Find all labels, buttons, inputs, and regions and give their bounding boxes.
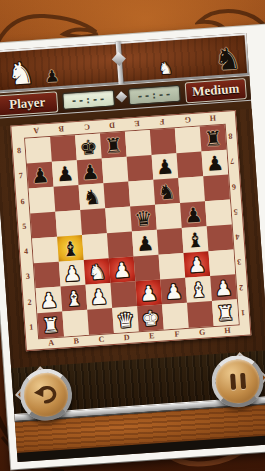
square-e4[interactable]: ♟ [132, 230, 159, 257]
piece-black-pawn: ♟ [56, 163, 75, 184]
square-g2[interactable]: ♝ [185, 276, 212, 303]
square-d1[interactable]: ♛ [112, 306, 139, 333]
square-g4[interactable]: ♝ [182, 226, 209, 253]
app-screenshot-frame: ♞ ♟ ♞ ♞ Player --:-- --:-- Medium [0, 25, 265, 470]
square-d3[interactable]: ♟ [109, 256, 136, 283]
board-area: ABCDEFGH ABCDEFGH 87654321 87654321 ♚♜♜♟… [0, 109, 265, 368]
square-a4[interactable] [32, 237, 59, 264]
piece-white-pawn: ♟ [164, 281, 183, 302]
square-f1[interactable] [162, 303, 189, 330]
pause-icon [230, 373, 246, 390]
piece-black-king: ♚ [79, 136, 98, 157]
square-f4[interactable] [157, 228, 184, 255]
square-c2[interactable]: ♟ [86, 283, 113, 310]
piece-black-bishop: ♝ [61, 238, 80, 259]
square-e5[interactable]: ♛ [130, 205, 157, 232]
square-f2[interactable]: ♟ [160, 278, 187, 305]
square-h8[interactable]: ♜ [200, 125, 227, 152]
square-c6[interactable]: ♞ [79, 183, 106, 210]
white-knight-captured: ♞ [158, 60, 173, 77]
square-d8[interactable]: ♜ [100, 132, 127, 159]
square-g3[interactable]: ♟ [184, 251, 211, 278]
square-d4[interactable] [107, 231, 134, 258]
opponent-capture-area: ♞ ♞ [152, 43, 247, 79]
piece-white-pawn: ♟ [214, 277, 233, 298]
piece-white-pawn: ♟ [139, 282, 158, 303]
square-d7[interactable] [102, 157, 129, 184]
piece-black-pawn: ♟ [31, 165, 50, 186]
square-c3[interactable]: ♞ [84, 258, 111, 285]
square-b8[interactable] [50, 135, 77, 162]
piece-black-rook: ♜ [203, 127, 222, 148]
tray-ornament-divider [116, 42, 124, 84]
square-e3[interactable] [134, 255, 161, 282]
piece-white-queen: ♛ [116, 309, 135, 330]
square-h5[interactable] [205, 200, 232, 227]
square-a8[interactable] [25, 137, 52, 164]
piece-black-pawn: ♟ [155, 156, 174, 177]
opponent-clock: --:-- [128, 84, 181, 105]
square-c8[interactable]: ♚ [75, 133, 102, 160]
board-grid: ♚♜♜♟♟♟♟♟♞♞♛♟♝♟♝♟♞♟♟♟♝♟♟♟♝♟♜♛♚♜ [24, 124, 240, 340]
square-b2[interactable]: ♝ [61, 285, 88, 312]
piece-white-rook: ♜ [216, 302, 235, 323]
black-knight-opponent-icon: ♞ [213, 43, 242, 75]
square-e8[interactable] [125, 130, 152, 157]
square-e7[interactable] [127, 155, 154, 182]
piece-black-pawn: ♟ [184, 204, 203, 225]
square-e1[interactable]: ♚ [137, 305, 164, 332]
square-f5[interactable] [155, 203, 182, 230]
square-g5[interactable]: ♟ [180, 201, 207, 228]
square-c1[interactable] [87, 308, 114, 335]
square-b6[interactable] [54, 185, 81, 212]
square-c7[interactable]: ♟ [77, 158, 104, 185]
square-a2[interactable]: ♟ [36, 287, 63, 314]
piece-black-knight: ♞ [82, 186, 101, 207]
square-g8[interactable] [175, 126, 202, 153]
square-g1[interactable] [187, 301, 214, 328]
pieces-captured-by-opponent: ♞ [158, 60, 174, 79]
piece-black-knight: ♞ [157, 181, 176, 202]
square-d2[interactable] [110, 281, 137, 308]
square-a6[interactable] [29, 187, 56, 214]
square-g6[interactable] [178, 176, 205, 203]
clock-divider-ornament [116, 91, 127, 102]
piece-white-bishop: ♝ [64, 288, 83, 309]
square-a7[interactable]: ♟ [27, 162, 54, 189]
screenshot-stage: ♞ ♟ ♞ ♞ Player --:-- --:-- Medium [0, 0, 265, 471]
square-d6[interactable] [103, 182, 130, 209]
square-b7[interactable]: ♟ [52, 160, 79, 187]
square-h4[interactable] [207, 224, 234, 251]
player-capture-area: ♞ ♟ [0, 56, 65, 91]
square-e6[interactable] [128, 180, 155, 207]
square-f7[interactable]: ♟ [152, 153, 179, 180]
piece-black-rook: ♜ [104, 134, 123, 155]
black-pawn-captured: ♟ [44, 68, 59, 85]
square-f3[interactable] [159, 253, 186, 280]
square-b3[interactable]: ♟ [59, 260, 86, 287]
white-knight-player-icon: ♞ [7, 58, 36, 90]
piece-white-knight: ♞ [87, 261, 106, 282]
square-f6[interactable]: ♞ [153, 178, 180, 205]
piece-black-pawn: ♟ [205, 152, 224, 173]
piece-black-bishop: ♝ [185, 229, 204, 250]
piece-white-pawn: ♟ [187, 254, 206, 275]
undo-arrow-icon [32, 381, 60, 408]
pieces-captured-by-player: ♟ [44, 68, 60, 87]
square-b4[interactable]: ♝ [57, 235, 84, 262]
piece-black-pawn: ♟ [80, 161, 99, 182]
square-e2[interactable]: ♟ [135, 280, 162, 307]
square-h1[interactable]: ♜ [212, 299, 239, 326]
piece-white-pawn: ♟ [89, 286, 108, 307]
square-a3[interactable] [34, 262, 61, 289]
piece-white-king: ♚ [141, 307, 160, 328]
square-h3[interactable] [208, 249, 235, 276]
chess-board: ABCDEFGH ABCDEFGH 87654321 87654321 ♚♜♜♟… [10, 110, 251, 351]
piece-white-bishop: ♝ [189, 279, 208, 300]
player-name-label: Player [0, 91, 58, 116]
square-b1[interactable] [62, 310, 89, 337]
square-d5[interactable] [105, 207, 132, 234]
square-g7[interactable] [177, 151, 204, 178]
square-c5[interactable] [80, 208, 107, 235]
square-a5[interactable] [30, 212, 57, 239]
square-c4[interactable] [82, 233, 109, 260]
player-clock: --:-- [62, 89, 115, 110]
square-h7[interactable]: ♟ [201, 150, 228, 177]
square-f8[interactable] [150, 128, 177, 155]
piece-black-queen: ♛ [134, 208, 153, 229]
square-a1[interactable]: ♜ [37, 312, 64, 339]
piece-white-pawn: ♟ [63, 263, 82, 284]
piece-white-pawn: ♟ [39, 289, 58, 310]
chess-app: ♞ ♟ ♞ ♞ Player --:-- --:-- Medium [0, 33, 265, 462]
piece-white-rook: ♜ [41, 314, 60, 335]
piece-white-pawn: ♟ [112, 259, 131, 280]
piece-black-pawn: ♟ [136, 232, 155, 253]
square-h2[interactable]: ♟ [210, 274, 237, 301]
square-b5[interactable] [55, 210, 82, 237]
square-h6[interactable] [203, 175, 230, 202]
difficulty-label: Medium [185, 78, 247, 103]
